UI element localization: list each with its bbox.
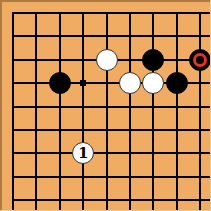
move-number-label: 1 — [78, 146, 88, 161]
go-board-diagram: 1 — [0, 0, 211, 211]
star-point — [80, 80, 86, 86]
grid-line-horizontal — [12, 176, 211, 178]
grid-line-vertical — [176, 12, 178, 211]
grid-line-vertical — [35, 12, 37, 211]
grid-line-vertical — [199, 12, 201, 211]
black-stone[interactable] — [49, 72, 71, 94]
white-stone[interactable] — [96, 49, 118, 71]
bevel-edge-bottom — [0, 210, 211, 211]
black-stone[interactable] — [142, 49, 164, 71]
grid-line-horizontal — [12, 35, 211, 37]
grid-line-vertical — [129, 12, 131, 211]
bevel-edge-top — [0, 0, 211, 2]
go-board[interactable]: 1 — [0, 0, 211, 211]
black-stone-circle-marked[interactable] — [189, 49, 211, 71]
grid-line-vertical — [59, 12, 61, 211]
white-stone-move-1[interactable]: 1 — [72, 142, 94, 164]
grid-line-horizontal — [12, 199, 211, 201]
grid-line-vertical — [152, 12, 154, 211]
grid-line-horizontal — [12, 129, 211, 131]
grid-line-horizontal — [12, 152, 211, 154]
bevel-edge-right — [210, 0, 211, 211]
grid-line-horizontal — [12, 12, 211, 14]
bevel-edge-left — [0, 0, 2, 211]
red-circle-marker — [193, 53, 207, 67]
white-stone[interactable] — [119, 72, 141, 94]
grid-line-vertical — [106, 12, 108, 211]
white-stone[interactable] — [142, 72, 164, 94]
grid-line-horizontal — [12, 106, 211, 108]
grid-line-vertical — [12, 12, 14, 211]
grid-line-vertical — [82, 12, 84, 211]
black-stone[interactable] — [166, 72, 188, 94]
